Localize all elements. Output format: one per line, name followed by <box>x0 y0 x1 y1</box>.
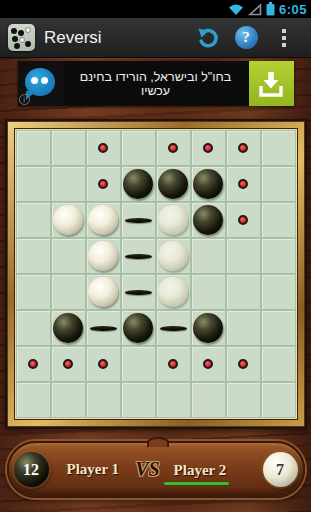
cell-r5c5[interactable] <box>156 274 191 310</box>
legal-move-dot[interactable] <box>203 359 213 369</box>
legal-move-dot[interactable] <box>28 359 38 369</box>
player2-name: Player 2 <box>174 462 227 478</box>
legal-move-dot[interactable] <box>168 143 178 153</box>
cell-r2c2[interactable] <box>51 166 86 202</box>
legal-move-dot[interactable] <box>203 143 213 153</box>
cell-r6c6[interactable] <box>191 310 226 346</box>
cell-r6c4[interactable] <box>121 310 156 346</box>
cell-r3c6[interactable] <box>191 202 226 238</box>
help-button[interactable]: ? <box>227 18 265 58</box>
flipping-disc <box>90 326 117 331</box>
status-bar: 6:05 <box>0 0 311 18</box>
download-icon <box>256 69 286 99</box>
cell-r6c1[interactable] <box>16 310 51 346</box>
cell-r7c7[interactable] <box>226 346 261 382</box>
cell-r1c1[interactable] <box>16 130 51 166</box>
speech-bubble-icon <box>25 68 55 96</box>
white-disc <box>88 277 118 307</box>
legal-move-dot[interactable] <box>98 359 108 369</box>
cell-r7c5[interactable] <box>156 346 191 382</box>
overflow-icon <box>282 29 286 47</box>
ad-banner[interactable]: i בחו"ל ובישראל, הורידו בחינם עכשיו <box>18 61 294 106</box>
legal-move-dot[interactable] <box>98 179 108 189</box>
signal-icon <box>248 3 262 16</box>
cell-r1c6[interactable] <box>191 130 226 166</box>
cell-r5c1[interactable] <box>16 274 51 310</box>
cell-r7c2[interactable] <box>51 346 86 382</box>
black-disc <box>193 205 223 235</box>
advertiser-logo: i <box>18 61 63 106</box>
vs-label: VS <box>135 458 159 481</box>
cell-r6c5[interactable] <box>156 310 191 346</box>
cell-r1c8[interactable] <box>261 130 296 166</box>
scoreboard-plaque: 12 Player 1 VS Player 2 7 <box>7 441 305 498</box>
flipping-disc <box>160 326 187 331</box>
cell-r8c5[interactable] <box>156 382 191 418</box>
white-disc <box>88 205 118 235</box>
black-disc <box>158 169 188 199</box>
black-disc <box>53 313 83 343</box>
flipping-disc <box>125 218 152 223</box>
ad-info-icon[interactable]: i <box>19 94 30 105</box>
board <box>16 130 296 418</box>
player1-score-ball: 12 <box>14 452 49 487</box>
cell-r7c3[interactable] <box>86 346 121 382</box>
app-icon <box>8 24 35 51</box>
cell-r4c7[interactable] <box>226 238 261 274</box>
undo-icon <box>196 26 220 50</box>
cell-r4c2[interactable] <box>51 238 86 274</box>
cell-r1c5[interactable] <box>156 130 191 166</box>
cell-r6c7[interactable] <box>226 310 261 346</box>
legal-move-dot[interactable] <box>238 143 248 153</box>
cell-r2c3[interactable] <box>86 166 121 202</box>
cell-r2c8[interactable] <box>261 166 296 202</box>
white-disc <box>158 277 188 307</box>
battery-icon <box>266 2 275 16</box>
cell-r2c7[interactable] <box>226 166 261 202</box>
player2-score-ball: 7 <box>263 452 298 487</box>
cell-r4c1[interactable] <box>16 238 51 274</box>
cell-r3c5[interactable] <box>156 202 191 238</box>
cell-r5c3[interactable] <box>86 274 121 310</box>
cell-r8c4[interactable] <box>121 382 156 418</box>
wood-background: i בחו"ל ובישראל, הורידו בחינם עכשיו 12 P… <box>0 58 311 512</box>
page-title: Reversi <box>44 28 102 48</box>
cell-r3c8[interactable] <box>261 202 296 238</box>
cell-r8c7[interactable] <box>226 382 261 418</box>
cell-r1c7[interactable] <box>226 130 261 166</box>
legal-move-dot[interactable] <box>238 359 248 369</box>
cell-r7c6[interactable] <box>191 346 226 382</box>
cell-r8c8[interactable] <box>261 382 296 418</box>
cell-r3c4[interactable] <box>121 202 156 238</box>
cell-r6c3[interactable] <box>86 310 121 346</box>
flipping-disc <box>125 290 152 295</box>
cell-r7c1[interactable] <box>16 346 51 382</box>
cell-r8c1[interactable] <box>16 382 51 418</box>
cell-r5c8[interactable] <box>261 274 296 310</box>
cell-r7c8[interactable] <box>261 346 296 382</box>
help-icon: ? <box>235 26 258 49</box>
cell-r4c8[interactable] <box>261 238 296 274</box>
cell-r4c6[interactable] <box>191 238 226 274</box>
cell-r2c6[interactable] <box>191 166 226 202</box>
cell-r2c5[interactable] <box>156 166 191 202</box>
cell-r3c7[interactable] <box>226 202 261 238</box>
cell-r6c2[interactable] <box>51 310 86 346</box>
ad-text: בחו"ל ובישראל, הורידו בחינם עכשיו <box>63 70 249 98</box>
ad-download-button[interactable] <box>249 61 294 106</box>
cell-r5c4[interactable] <box>121 274 156 310</box>
cell-r1c2[interactable] <box>51 130 86 166</box>
white-disc <box>88 241 118 271</box>
cell-r2c1[interactable] <box>16 166 51 202</box>
overflow-menu-button[interactable] <box>265 18 303 58</box>
legal-move-dot[interactable] <box>63 359 73 369</box>
legal-move-dot[interactable] <box>238 179 248 189</box>
legal-move-dot[interactable] <box>98 143 108 153</box>
cell-r8c2[interactable] <box>51 382 86 418</box>
cell-r6c8[interactable] <box>261 310 296 346</box>
white-disc <box>53 205 83 235</box>
cell-r3c2[interactable] <box>51 202 86 238</box>
cell-r2c4[interactable] <box>121 166 156 202</box>
screen: 6:05 Reversi ? i בחו"ל ובישראל, הורידו ב… <box>0 0 311 512</box>
legal-move-dot[interactable] <box>168 359 178 369</box>
black-disc <box>193 169 223 199</box>
active-player-underline <box>164 482 230 485</box>
app-bar: Reversi ? <box>0 18 311 58</box>
white-disc <box>158 241 188 271</box>
cell-r4c3[interactable] <box>86 238 121 274</box>
cell-r3c1[interactable] <box>16 202 51 238</box>
white-disc <box>158 205 188 235</box>
cell-r8c6[interactable] <box>191 382 226 418</box>
cell-r7c4[interactable] <box>121 346 156 382</box>
status-time: 6:05 <box>279 2 307 17</box>
undo-button[interactable] <box>189 18 227 58</box>
wifi-icon <box>228 3 244 16</box>
cell-r4c5[interactable] <box>156 238 191 274</box>
cell-r5c2[interactable] <box>51 274 86 310</box>
cell-r3c3[interactable] <box>86 202 121 238</box>
cell-r1c3[interactable] <box>86 130 121 166</box>
cell-r8c3[interactable] <box>86 382 121 418</box>
cell-r5c7[interactable] <box>226 274 261 310</box>
legal-move-dot[interactable] <box>238 215 248 225</box>
cell-r4c4[interactable] <box>121 238 156 274</box>
flipping-disc <box>125 254 152 259</box>
black-disc <box>193 313 223 343</box>
cell-r5c6[interactable] <box>191 274 226 310</box>
black-disc <box>123 169 153 199</box>
player1-name: Player 1 <box>67 461 120 478</box>
black-disc <box>123 313 153 343</box>
board-frame <box>5 119 307 429</box>
cell-r1c4[interactable] <box>121 130 156 166</box>
